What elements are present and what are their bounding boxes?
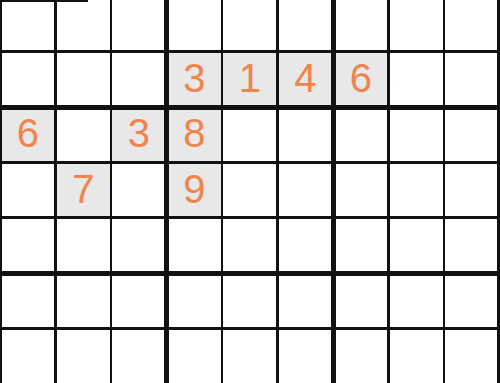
- given-digit: 1: [239, 58, 261, 98]
- sudoku-cell: 3: [111, 107, 167, 163]
- sudoku-cell[interactable]: [333, 273, 389, 329]
- grid-line-vertical: [276, 0, 279, 383]
- grid-line-horizontal: [0, 50, 500, 53]
- sudoku-cell[interactable]: [56, 107, 112, 163]
- cropped-line-fragment: [0, 0, 88, 2]
- given-digit: 8: [183, 113, 205, 153]
- sudoku-cell[interactable]: [167, 273, 223, 329]
- sudoku-cell[interactable]: [333, 107, 389, 163]
- sudoku-cell[interactable]: [389, 218, 445, 274]
- sudoku-cell[interactable]: [0, 329, 56, 383]
- sudoku-cell[interactable]: [0, 162, 56, 218]
- sudoku-cell[interactable]: [111, 0, 167, 51]
- sudoku-cell[interactable]: [444, 218, 500, 274]
- sudoku-cell[interactable]: [333, 162, 389, 218]
- sudoku-cell: 4: [278, 51, 334, 107]
- sudoku-cell[interactable]: [56, 329, 112, 383]
- given-digit: 6: [17, 113, 39, 153]
- sudoku-cell: 6: [0, 107, 56, 163]
- sudoku-cell[interactable]: [278, 0, 334, 51]
- sudoku-cell[interactable]: [222, 218, 278, 274]
- grid-line-horizontal: [0, 216, 500, 219]
- sudoku-cell[interactable]: [222, 107, 278, 163]
- sudoku-cell[interactable]: [278, 162, 334, 218]
- block-line-horizontal: [0, 271, 500, 276]
- sudoku-cell[interactable]: [389, 0, 445, 51]
- sudoku-cell: 6: [333, 51, 389, 107]
- grid-line-vertical: [110, 0, 113, 383]
- sudoku-cell[interactable]: [444, 162, 500, 218]
- sudoku-cell[interactable]: [444, 107, 500, 163]
- sudoku-cell[interactable]: [222, 273, 278, 329]
- board-left-border: [0, 0, 2, 383]
- block-line-vertical: [164, 0, 169, 383]
- cell-layer: 314663879: [0, 0, 500, 383]
- sudoku-cell[interactable]: [278, 273, 334, 329]
- sudoku-cell[interactable]: [389, 329, 445, 383]
- sudoku-cell[interactable]: [56, 273, 112, 329]
- sudoku-cell[interactable]: [222, 162, 278, 218]
- sudoku-cell[interactable]: [444, 273, 500, 329]
- sudoku-cell[interactable]: [111, 329, 167, 383]
- sudoku-cell: 7: [56, 162, 112, 218]
- sudoku-cell[interactable]: [278, 107, 334, 163]
- sudoku-cell[interactable]: [333, 218, 389, 274]
- sudoku-cell[interactable]: [111, 162, 167, 218]
- grid-line-vertical: [443, 0, 446, 383]
- sudoku-cell[interactable]: [389, 107, 445, 163]
- sudoku-cell[interactable]: [167, 218, 223, 274]
- grid-line-horizontal: [0, 161, 500, 164]
- block-line-horizontal: [0, 105, 500, 110]
- sudoku-cell[interactable]: [222, 0, 278, 51]
- given-digit: 3: [183, 58, 205, 98]
- sudoku-cell[interactable]: [389, 51, 445, 107]
- sudoku-cell: 9: [167, 162, 223, 218]
- sudoku-cell[interactable]: [444, 51, 500, 107]
- sudoku-cell[interactable]: [389, 162, 445, 218]
- sudoku-cell: 8: [167, 107, 223, 163]
- sudoku-cell[interactable]: [56, 218, 112, 274]
- sudoku-cell[interactable]: [167, 329, 223, 383]
- grid-line-vertical: [387, 0, 390, 383]
- given-digit: 4: [294, 58, 316, 98]
- sudoku-cell[interactable]: [278, 218, 334, 274]
- sudoku-cell[interactable]: [333, 329, 389, 383]
- grid-line-vertical: [221, 0, 224, 383]
- sudoku-cell[interactable]: [389, 273, 445, 329]
- sudoku-cell: 3: [167, 51, 223, 107]
- sudoku-cell[interactable]: [0, 51, 56, 107]
- given-digit: 7: [72, 169, 94, 209]
- given-digit: 6: [350, 58, 372, 98]
- sudoku-cell[interactable]: [0, 218, 56, 274]
- sudoku-cell[interactable]: [56, 0, 112, 51]
- sudoku-cell[interactable]: [0, 273, 56, 329]
- sudoku-cell: 1: [222, 51, 278, 107]
- given-digit: 3: [128, 113, 150, 153]
- sudoku-cell[interactable]: [278, 329, 334, 383]
- sudoku-cell[interactable]: [56, 51, 112, 107]
- grid-line-horizontal: [0, 327, 500, 330]
- sudoku-cell[interactable]: [111, 273, 167, 329]
- sudoku-cell[interactable]: [111, 218, 167, 274]
- grid-line-vertical: [54, 0, 57, 383]
- given-digit: 9: [183, 169, 205, 209]
- board-right-border: [497, 0, 500, 383]
- sudoku-cell[interactable]: [444, 0, 500, 51]
- sudoku-cell[interactable]: [111, 51, 167, 107]
- sudoku-cell[interactable]: [444, 329, 500, 383]
- sudoku-cell[interactable]: [167, 0, 223, 51]
- sudoku-cell[interactable]: [222, 329, 278, 383]
- sudoku-cell[interactable]: [333, 0, 389, 51]
- block-line-vertical: [331, 0, 336, 383]
- sudoku-cell[interactable]: [0, 0, 56, 51]
- sudoku-board: 314663879: [0, 0, 500, 383]
